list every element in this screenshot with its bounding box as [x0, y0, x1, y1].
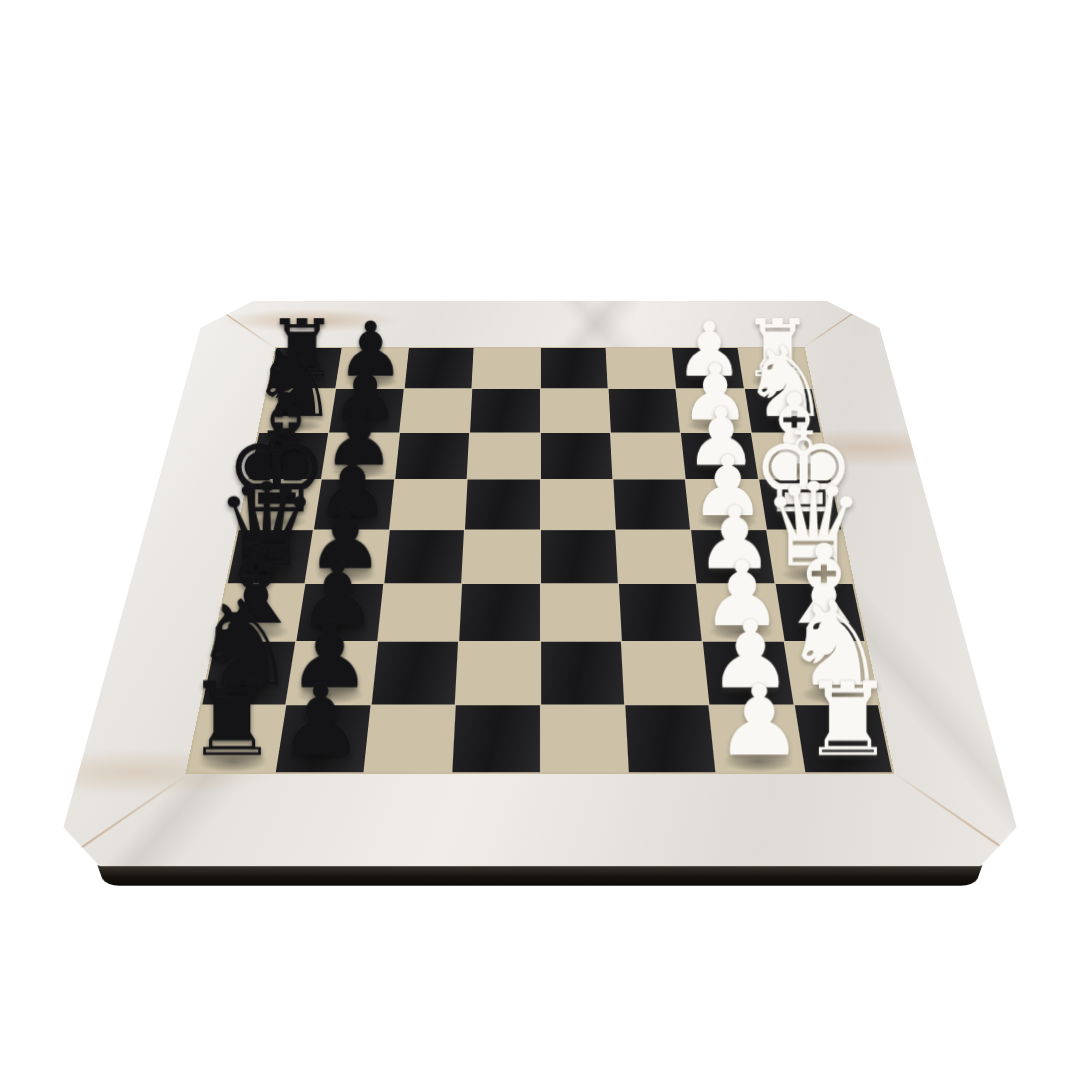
- square-d4[interactable]: [541, 530, 618, 583]
- square-a1[interactable]: ♜: [794, 705, 892, 772]
- chessboard-grid: ♜♟♟♜♞♟♟♞♝♟♟♝♚♟♟♚♛♟♟♛♝♟♟♝♞♟♟♞♜♟♟♜: [185, 347, 894, 774]
- square-f3[interactable]: [611, 433, 685, 479]
- square-a3[interactable]: [625, 705, 716, 772]
- square-a2[interactable]: ♟: [710, 705, 804, 772]
- miter-seam: [71, 773, 190, 855]
- square-b5[interactable]: [456, 642, 539, 704]
- square-b3[interactable]: [622, 642, 709, 704]
- piece-black-rook[interactable]: ♜: [186, 671, 278, 769]
- square-g5[interactable]: [470, 389, 539, 432]
- square-a5[interactable]: [452, 705, 539, 772]
- square-b6[interactable]: [371, 642, 458, 704]
- product-photo-scene: ♜♟♟♜♞♟♟♞♝♟♟♝♚♟♟♚♛♟♟♛♝♟♟♝♞♟♟♞♜♟♟♜: [0, 0, 1080, 1080]
- piece-white-rook[interactable]: ♜: [802, 671, 894, 769]
- square-h5[interactable]: [472, 348, 539, 388]
- piece-black-pawn[interactable]: ♟: [276, 675, 364, 768]
- square-a8[interactable]: ♜: [188, 705, 286, 772]
- square-e3[interactable]: [613, 480, 690, 530]
- perspective-stage: ♜♟♟♜♞♟♟♞♝♟♟♝♚♟♟♚♛♟♟♛♝♟♟♝♞♟♟♞♜♟♟♜: [0, 0, 1080, 1080]
- square-f5[interactable]: [468, 433, 540, 479]
- square-c5[interactable]: [459, 584, 539, 641]
- square-a4[interactable]: [541, 705, 628, 772]
- square-a6[interactable]: [364, 705, 455, 772]
- square-e6[interactable]: [390, 480, 467, 530]
- chess-board: ♜♟♟♜♞♟♟♞♝♟♟♝♚♟♟♚♛♟♟♛♝♟♟♝♞♟♟♞♜♟♟♜: [53, 301, 1028, 866]
- square-f4[interactable]: [540, 433, 612, 479]
- square-g6[interactable]: [400, 389, 472, 432]
- square-c4[interactable]: [541, 584, 621, 641]
- square-e5[interactable]: [465, 480, 539, 530]
- square-e4[interactable]: [540, 480, 614, 530]
- piece-white-pawn[interactable]: ♟: [716, 675, 804, 768]
- square-d3[interactable]: [616, 530, 696, 583]
- miter-seam: [892, 771, 1011, 853]
- square-b4[interactable]: [541, 642, 624, 704]
- square-g3[interactable]: [608, 389, 680, 432]
- square-h6[interactable]: [404, 348, 473, 388]
- board-edge-underside: [97, 865, 982, 886]
- square-d5[interactable]: [462, 530, 539, 583]
- square-d6[interactable]: [384, 530, 464, 583]
- square-a7[interactable]: ♟: [276, 705, 370, 772]
- square-g4[interactable]: [540, 389, 609, 432]
- square-f6[interactable]: [395, 433, 469, 479]
- square-c3[interactable]: [619, 584, 702, 641]
- square-h3[interactable]: [606, 348, 675, 388]
- square-c6[interactable]: [378, 584, 461, 641]
- square-h4[interactable]: [540, 348, 607, 388]
